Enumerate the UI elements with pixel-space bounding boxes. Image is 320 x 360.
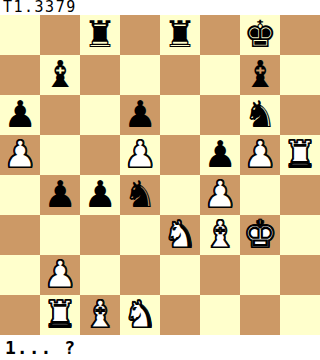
square-a1[interactable] (0, 295, 40, 335)
square-h3[interactable] (280, 215, 320, 255)
square-h4[interactable] (280, 175, 320, 215)
black-bishop[interactable]: ♝ (243, 55, 276, 95)
square-b2[interactable]: ♟ (40, 255, 80, 295)
move-prompt: 1... ? (5, 335, 76, 360)
square-b6[interactable] (40, 95, 80, 135)
square-b4[interactable]: ♟ (40, 175, 80, 215)
white-pawn[interactable]: ♟ (123, 135, 156, 175)
square-h6[interactable] (280, 95, 320, 135)
square-b7[interactable]: ♝ (40, 55, 80, 95)
square-e3[interactable]: ♞ (160, 215, 200, 255)
square-c1[interactable]: ♝ (80, 295, 120, 335)
square-f1[interactable] (200, 295, 240, 335)
square-a7[interactable] (0, 55, 40, 95)
square-b8[interactable] (40, 15, 80, 55)
square-a5[interactable]: ♟ (0, 135, 40, 175)
black-pawn[interactable]: ♟ (43, 175, 76, 215)
square-c4[interactable]: ♟ (80, 175, 120, 215)
screen: T1.3379 ♜♜♚♝♝♟♟♞♟♟♟♟♜♟♟♞♟♞♝♚♟♜♝♞ 1... ? (0, 0, 320, 360)
black-bishop[interactable]: ♝ (43, 55, 76, 95)
square-d6[interactable]: ♟ (120, 95, 160, 135)
square-f2[interactable] (200, 255, 240, 295)
white-king[interactable]: ♚ (243, 215, 276, 255)
square-d7[interactable] (120, 55, 160, 95)
square-e2[interactable] (160, 255, 200, 295)
square-g2[interactable] (240, 255, 280, 295)
black-king[interactable]: ♚ (243, 15, 276, 55)
black-rook[interactable]: ♜ (83, 15, 116, 55)
square-a4[interactable] (0, 175, 40, 215)
black-pawn[interactable]: ♟ (123, 95, 156, 135)
square-g7[interactable]: ♝ (240, 55, 280, 95)
square-a2[interactable] (0, 255, 40, 295)
square-a6[interactable]: ♟ (0, 95, 40, 135)
square-h5[interactable]: ♜ (280, 135, 320, 175)
black-pawn[interactable]: ♟ (203, 135, 236, 175)
square-a3[interactable] (0, 215, 40, 255)
black-knight[interactable]: ♞ (243, 95, 276, 135)
square-e4[interactable] (160, 175, 200, 215)
white-pawn[interactable]: ♟ (243, 135, 276, 175)
square-a8[interactable] (0, 15, 40, 55)
white-knight[interactable]: ♞ (163, 215, 196, 255)
square-d5[interactable]: ♟ (120, 135, 160, 175)
square-f6[interactable] (200, 95, 240, 135)
square-b3[interactable] (40, 215, 80, 255)
square-f7[interactable] (200, 55, 240, 95)
white-knight[interactable]: ♞ (123, 295, 156, 335)
square-h7[interactable] (280, 55, 320, 95)
white-pawn[interactable]: ♟ (3, 135, 36, 175)
square-h1[interactable] (280, 295, 320, 335)
square-c3[interactable] (80, 215, 120, 255)
square-g1[interactable] (240, 295, 280, 335)
square-h8[interactable] (280, 15, 320, 55)
square-f5[interactable]: ♟ (200, 135, 240, 175)
white-rook[interactable]: ♜ (283, 135, 316, 175)
black-knight[interactable]: ♞ (123, 175, 156, 215)
square-h2[interactable] (280, 255, 320, 295)
black-rook[interactable]: ♜ (163, 15, 196, 55)
square-c8[interactable]: ♜ (80, 15, 120, 55)
square-g8[interactable]: ♚ (240, 15, 280, 55)
black-pawn[interactable]: ♟ (3, 95, 36, 135)
square-e5[interactable] (160, 135, 200, 175)
white-bishop[interactable]: ♝ (83, 295, 116, 335)
square-g5[interactable]: ♟ (240, 135, 280, 175)
square-e8[interactable]: ♜ (160, 15, 200, 55)
square-f3[interactable]: ♝ (200, 215, 240, 255)
square-c7[interactable] (80, 55, 120, 95)
square-b5[interactable] (40, 135, 80, 175)
square-e7[interactable] (160, 55, 200, 95)
square-b1[interactable]: ♜ (40, 295, 80, 335)
square-g3[interactable]: ♚ (240, 215, 280, 255)
square-g6[interactable]: ♞ (240, 95, 280, 135)
square-d2[interactable] (120, 255, 160, 295)
square-c5[interactable] (80, 135, 120, 175)
white-pawn[interactable]: ♟ (43, 255, 76, 295)
square-e1[interactable] (160, 295, 200, 335)
white-rook[interactable]: ♜ (43, 295, 76, 335)
square-f8[interactable] (200, 15, 240, 55)
chess-board: ♜♜♚♝♝♟♟♞♟♟♟♟♜♟♟♞♟♞♝♚♟♜♝♞ (0, 15, 320, 335)
square-e6[interactable] (160, 95, 200, 135)
square-f4[interactable]: ♟ (200, 175, 240, 215)
square-c6[interactable] (80, 95, 120, 135)
puzzle-id-label: T1.3379 (3, 0, 77, 15)
square-g4[interactable] (240, 175, 280, 215)
white-bishop[interactable]: ♝ (203, 215, 236, 255)
square-c2[interactable] (80, 255, 120, 295)
black-pawn[interactable]: ♟ (83, 175, 116, 215)
square-d1[interactable]: ♞ (120, 295, 160, 335)
square-d8[interactable] (120, 15, 160, 55)
square-d4[interactable]: ♞ (120, 175, 160, 215)
square-d3[interactable] (120, 215, 160, 255)
white-pawn[interactable]: ♟ (203, 175, 236, 215)
